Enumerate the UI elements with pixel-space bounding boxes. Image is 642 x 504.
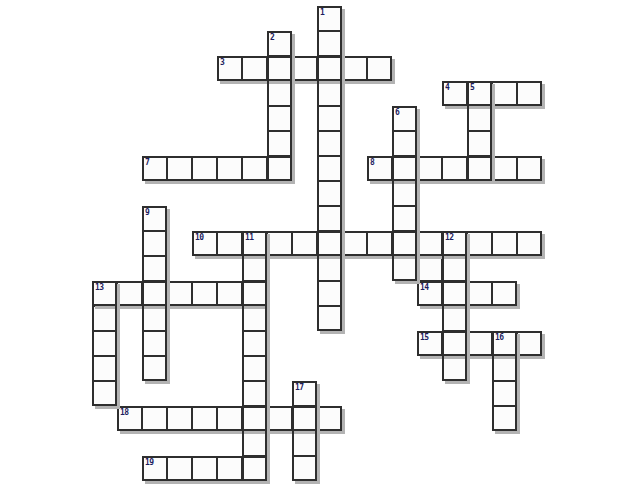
crossword-cell[interactable]: [142, 156, 167, 181]
crossword-cell[interactable]: [317, 306, 342, 331]
crossword-cell[interactable]: [317, 281, 342, 306]
crossword-cell[interactable]: [242, 156, 267, 181]
crossword-cell[interactable]: [167, 456, 192, 481]
crossword-cell[interactable]: [117, 406, 142, 431]
crossword-cell[interactable]: [442, 231, 467, 256]
crossword-cell[interactable]: [217, 456, 242, 481]
crossword-cell[interactable]: [417, 331, 442, 356]
crossword-cell[interactable]: [242, 356, 267, 381]
crossword-cell[interactable]: [292, 381, 317, 406]
crossword-cell[interactable]: [192, 281, 217, 306]
crossword-cell[interactable]: [167, 281, 192, 306]
crossword-cell[interactable]: [267, 56, 292, 81]
crossword-cell[interactable]: [517, 156, 542, 181]
crossword-cell[interactable]: [242, 231, 267, 256]
crossword-cell[interactable]: [267, 31, 292, 56]
crossword-cell[interactable]: [317, 6, 342, 31]
crossword-cell[interactable]: [392, 131, 417, 156]
crossword-cell[interactable]: [317, 106, 342, 131]
crossword-cell[interactable]: [367, 56, 392, 81]
crossword-cell[interactable]: [242, 381, 267, 406]
crossword-cell[interactable]: [467, 281, 492, 306]
crossword-cell[interactable]: [492, 356, 517, 381]
crossword-cell[interactable]: [467, 81, 492, 106]
crossword-cell[interactable]: [242, 431, 267, 456]
crossword-cell[interactable]: [317, 406, 342, 431]
crossword-cell[interactable]: [317, 31, 342, 56]
crossword-cell[interactable]: [267, 406, 292, 431]
crossword-cell[interactable]: [142, 256, 167, 281]
crossword-cell[interactable]: [442, 81, 467, 106]
crossword-cell[interactable]: [242, 406, 267, 431]
crossword-cell[interactable]: [517, 81, 542, 106]
crossword-cell[interactable]: [192, 156, 217, 181]
crossword-cell[interactable]: [242, 281, 267, 306]
crossword-cell[interactable]: [417, 281, 442, 306]
crossword-cell[interactable]: [342, 231, 367, 256]
crossword-cell[interactable]: [442, 356, 467, 381]
crossword-cell[interactable]: [217, 406, 242, 431]
crossword-cell[interactable]: [142, 281, 167, 306]
crossword-cell[interactable]: [217, 231, 242, 256]
crossword-cell[interactable]: [492, 331, 517, 356]
crossword-cell[interactable]: [492, 406, 517, 431]
crossword-cell[interactable]: [292, 431, 317, 456]
crossword-cell[interactable]: [142, 456, 167, 481]
crossword-cell[interactable]: [442, 281, 467, 306]
crossword-cell[interactable]: [317, 56, 342, 81]
crossword-cell[interactable]: [92, 381, 117, 406]
crossword-cell[interactable]: [417, 156, 442, 181]
crossword-cell[interactable]: [442, 306, 467, 331]
crossword-cell[interactable]: [467, 106, 492, 131]
crossword-cell[interactable]: [492, 381, 517, 406]
crossword-cell[interactable]: [317, 256, 342, 281]
page-background: 12345678910111213141516171819: [0, 0, 642, 504]
crossword-cell[interactable]: [217, 56, 242, 81]
crossword-cell[interactable]: [442, 331, 467, 356]
crossword-cell[interactable]: [392, 231, 417, 256]
crossword-cell[interactable]: [242, 331, 267, 356]
crossword-cell[interactable]: [92, 331, 117, 356]
crossword-cell[interactable]: [317, 81, 342, 106]
crossword-cell[interactable]: [392, 256, 417, 281]
crossword-cell[interactable]: [192, 456, 217, 481]
crossword-cell[interactable]: [292, 406, 317, 431]
crossword-cell[interactable]: [242, 56, 267, 81]
crossword-cell[interactable]: [492, 231, 517, 256]
crossword-cell[interactable]: [467, 156, 492, 181]
crossword-cell[interactable]: [442, 256, 467, 281]
crossword-cell[interactable]: [92, 356, 117, 381]
crossword-cell[interactable]: [242, 256, 267, 281]
crossword-cell[interactable]: [392, 206, 417, 231]
crossword-cell[interactable]: [142, 231, 167, 256]
crossword-cell[interactable]: [417, 256, 442, 281]
crossword-cell[interactable]: [142, 206, 167, 231]
crossword-cell[interactable]: [367, 231, 392, 256]
crossword-cell[interactable]: [267, 231, 292, 256]
crossword-cell[interactable]: [492, 281, 517, 306]
crossword-cell[interactable]: [167, 156, 192, 181]
crossword-cell[interactable]: [367, 156, 392, 181]
crossword-cell[interactable]: [167, 406, 192, 431]
crossword-cell[interactable]: [492, 81, 517, 106]
crossword-cell[interactable]: [467, 131, 492, 156]
crossword-cell[interactable]: [392, 156, 417, 181]
crossword-cell[interactable]: [492, 156, 517, 181]
crossword-cell[interactable]: [267, 106, 292, 131]
crossword-cell[interactable]: [217, 156, 242, 181]
crossword-cell[interactable]: [192, 406, 217, 431]
crossword-cell[interactable]: [317, 156, 342, 181]
crossword-cell[interactable]: [267, 81, 292, 106]
crossword-cell[interactable]: [192, 231, 217, 256]
crossword-cell[interactable]: [117, 281, 142, 306]
crossword-board: 12345678910111213141516171819: [0, 0, 642, 504]
crossword-cell[interactable]: [317, 181, 342, 206]
crossword-cell[interactable]: [142, 406, 167, 431]
crossword-cell[interactable]: [92, 281, 117, 306]
crossword-cell[interactable]: [292, 56, 317, 81]
crossword-cell[interactable]: [342, 56, 367, 81]
crossword-cell[interactable]: [417, 231, 442, 256]
crossword-cell[interactable]: [317, 206, 342, 231]
crossword-cell[interactable]: [517, 331, 542, 356]
crossword-cell[interactable]: [392, 181, 417, 206]
crossword-cell[interactable]: [267, 156, 292, 181]
crossword-cell[interactable]: [242, 456, 267, 481]
crossword-cell[interactable]: [142, 306, 167, 331]
crossword-cell[interactable]: [292, 231, 317, 256]
crossword-cell[interactable]: [292, 456, 317, 481]
crossword-cell[interactable]: [467, 231, 492, 256]
crossword-cell[interactable]: [242, 306, 267, 331]
crossword-cell[interactable]: [142, 331, 167, 356]
crossword-cell[interactable]: [92, 306, 117, 331]
crossword-cell[interactable]: [317, 131, 342, 156]
crossword-cell[interactable]: [317, 231, 342, 256]
crossword-cell[interactable]: [442, 156, 467, 181]
crossword-cell[interactable]: [467, 331, 492, 356]
crossword-cell[interactable]: [517, 231, 542, 256]
crossword-cell[interactable]: [392, 106, 417, 131]
crossword-cell[interactable]: [142, 356, 167, 381]
crossword-cell[interactable]: [267, 131, 292, 156]
crossword-cell[interactable]: [217, 281, 242, 306]
